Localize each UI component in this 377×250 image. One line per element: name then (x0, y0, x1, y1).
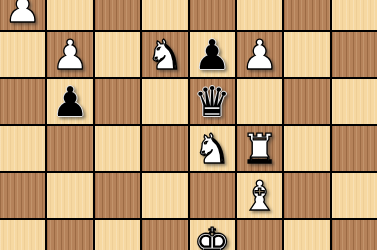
white-knight[interactable]: ♞ (146, 35, 183, 76)
square-e2[interactable]: ♚ (190, 220, 235, 250)
square-g5[interactable] (284, 79, 329, 124)
square-d7[interactable] (142, 0, 187, 30)
square-c7[interactable] (95, 0, 140, 30)
square-f6[interactable]: ♟ (237, 32, 282, 77)
square-f5[interactable] (237, 79, 282, 124)
square-b5[interactable]: ♟ (47, 79, 92, 124)
square-b6[interactable]: ♟ (47, 32, 92, 77)
square-a3[interactable] (0, 173, 45, 218)
square-c3[interactable] (95, 173, 140, 218)
square-g7[interactable] (284, 0, 329, 30)
square-b4[interactable] (47, 126, 92, 171)
square-e6[interactable]: ♟ (190, 32, 235, 77)
square-f4[interactable]: ♜ (237, 126, 282, 171)
black-pawn[interactable]: ♟ (194, 35, 231, 76)
square-h7[interactable] (332, 0, 377, 30)
square-g6[interactable] (284, 32, 329, 77)
square-e5[interactable]: ♛ (190, 79, 235, 124)
black-pawn[interactable]: ♟ (52, 82, 89, 123)
white-knight[interactable]: ♞ (194, 129, 231, 170)
square-c6[interactable] (95, 32, 140, 77)
square-a6[interactable] (0, 32, 45, 77)
square-e3[interactable] (190, 173, 235, 218)
square-d4[interactable] (142, 126, 187, 171)
square-h3[interactable] (332, 173, 377, 218)
square-f3[interactable]: ♝ (237, 173, 282, 218)
square-h5[interactable] (332, 79, 377, 124)
square-f2[interactable] (237, 220, 282, 250)
square-a4[interactable] (0, 126, 45, 171)
square-e7[interactable] (190, 0, 235, 30)
white-bishop[interactable]: ♝ (241, 176, 278, 217)
square-b3[interactable] (47, 173, 92, 218)
square-a7[interactable]: ♟ (0, 0, 45, 30)
white-pawn[interactable]: ♟ (241, 35, 278, 76)
square-c4[interactable] (95, 126, 140, 171)
square-b7[interactable] (47, 0, 92, 30)
white-pawn[interactable]: ♟ (4, 0, 41, 29)
board-grid: ♟♟♞♟♟♟♛♞♜♝♚ (0, 0, 377, 250)
square-h4[interactable] (332, 126, 377, 171)
square-d6[interactable]: ♞ (142, 32, 187, 77)
square-f7[interactable] (237, 0, 282, 30)
white-king[interactable]: ♚ (194, 223, 231, 250)
square-c2[interactable] (95, 220, 140, 250)
square-a2[interactable] (0, 220, 45, 250)
square-b2[interactable] (47, 220, 92, 250)
square-d3[interactable] (142, 173, 187, 218)
white-pawn[interactable]: ♟ (52, 35, 89, 76)
square-e4[interactable]: ♞ (190, 126, 235, 171)
square-d2[interactable] (142, 220, 187, 250)
square-a5[interactable] (0, 79, 45, 124)
square-c5[interactable] (95, 79, 140, 124)
chess-board: ♟♟♞♟♟♟♛♞♜♝♚ (0, 0, 377, 250)
square-g3[interactable] (284, 173, 329, 218)
square-g4[interactable] (284, 126, 329, 171)
square-h6[interactable] (332, 32, 377, 77)
square-d5[interactable] (142, 79, 187, 124)
square-h2[interactable] (332, 220, 377, 250)
black-queen[interactable]: ♛ (194, 82, 231, 123)
white-rook[interactable]: ♜ (241, 129, 278, 170)
square-g2[interactable] (284, 220, 329, 250)
